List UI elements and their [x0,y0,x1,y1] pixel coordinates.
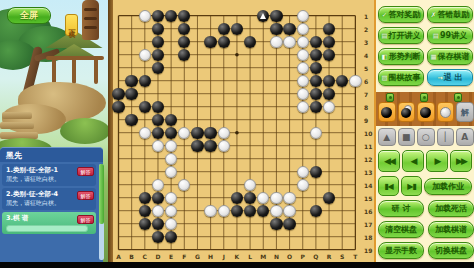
problem-list-item[interactable]: 2.类别-征-全部-4黑先，请征吃白棋。解答 [2,188,96,210]
black-stone-M16[interactable] [257,205,269,217]
row-label-10: 10 [364,129,372,136]
forward-button[interactable]: ▶▶ [450,150,472,172]
stone-tool-row: 解 [378,102,474,122]
row-label-3: 3 [364,38,368,45]
white-stone-P5[interactable] [297,62,309,74]
white-stone-P3[interactable] [297,36,309,48]
button-label: 99讲义 [440,30,467,41]
white-stone-E15[interactable] [165,192,177,204]
place-white-stone-button[interactable] [437,102,455,122]
grass-bush [60,118,110,144]
column-label-H: H [208,253,213,260]
black-stone-G11[interactable] [191,140,203,152]
button-label: 围棋故事 [389,72,421,83]
black-stone-Q7[interactable] [310,88,322,100]
button-book-3[interactable]: ▤99讲义 [427,27,473,44]
white-stone-J16[interactable] [218,205,230,217]
row-label-13: 13 [364,168,372,175]
column-label-L: L [248,253,252,260]
row-label-9: 9 [364,116,368,123]
problem-list-item[interactable]: 3.棋 谱解答 [2,212,96,234]
stone-step [0,122,34,129]
problem-subtitle: 黑先，请征吃白棋。 [6,199,76,207]
black-stone-D4[interactable] [152,49,164,61]
black-stone-L3[interactable] [244,36,256,48]
white-stone-O15[interactable] [283,192,295,204]
markup-tool-row: ▲■○│A [378,128,474,146]
column-label-N: N [274,253,279,260]
white-stone-R8[interactable] [323,101,335,113]
row-label-17: 17 [364,220,372,227]
black-stone-F4[interactable] [178,49,190,61]
black-stone-F3[interactable] [178,36,190,48]
black-stone-R7[interactable] [323,88,335,100]
column-label-F: F [182,253,186,260]
black-stone-Q3[interactable] [310,36,322,48]
column-label-E: E [169,253,173,260]
black-stone-R4[interactable] [323,49,335,61]
book-icon: ▤ [433,32,439,40]
black-stone-D1[interactable] [152,10,164,22]
white-stone-D16[interactable] [152,205,164,217]
last-move-triangle-marker [260,13,266,19]
button-label: 保存棋谱 [438,51,470,62]
problem-panel-header: 黑先 [0,148,103,162]
load-homework-button[interactable]: 加载作业 [424,178,472,195]
white-stone-C1[interactable] [139,10,151,22]
row-label-1: 1 [364,12,368,19]
record-name-field[interactable] [6,225,88,232]
black-stone-R2[interactable] [323,23,335,35]
problem-subtitle: 黑先，请征吃白棋。 [6,175,76,183]
app-window: 下棋 全屏 黑先 1.类别-征-全部-1黑先，请征吃白棋。解答2.类别-征-全部… [0,0,474,268]
black-stone-E1[interactable] [165,10,177,22]
black-stone-Q4[interactable] [310,49,322,61]
white-stone-J10[interactable] [218,127,230,139]
totem-pole [82,0,99,40]
markup-tool-0[interactable]: ▲ [378,128,396,146]
black-stone-Q6[interactable] [310,75,322,87]
button-label: 打开讲义 [389,30,421,41]
black-stone-D18[interactable] [152,231,164,243]
row-label-2: 2 [364,25,368,32]
black-stone-D5[interactable] [152,62,164,74]
solve-button[interactable]: 解答 [77,215,94,224]
problem-title: 1.类别-征-全部-1 [6,166,76,175]
white-stone-E16[interactable] [165,205,177,217]
cliff-rock [2,104,66,134]
black-stone-O17[interactable] [283,218,295,230]
black-stone-B7[interactable] [125,88,137,100]
white-stone-P7[interactable] [297,88,309,100]
column-label-J: J [223,253,225,260]
black-stone-H10[interactable] [204,127,216,139]
white-stone-P13[interactable] [297,166,309,178]
cross-icon: ✗ [431,11,436,19]
white-stone-E12[interactable] [165,153,177,165]
black-stone-D2[interactable] [152,23,164,35]
black-stone-M1[interactable] [257,10,269,22]
row-label-18: 18 [364,233,372,240]
next-move-button[interactable]: ▶ [426,150,448,172]
judge-icon: ◧ [381,53,387,61]
problem-list: 1.类别-征-全部-1黑先，请征吃白棋。解答2.类别-征-全部-4黑先，请征吃白… [2,164,96,260]
black-stone-F1[interactable] [178,10,190,22]
black-stone-R15[interactable] [323,192,335,204]
row-label-19: 19 [364,246,372,253]
black-stone-R3[interactable] [323,36,335,48]
jump-to-start-button[interactable]: ▮◀ [378,176,399,196]
button-check-0[interactable]: ✓答对奖励 [378,6,424,23]
white-stone-F14[interactable] [178,179,190,191]
markup-tool-4[interactable]: A [456,128,474,146]
white-stone-icon [440,107,451,118]
action-row: 清空棋盘加载棋谱 [378,221,474,238]
action-button-0-0[interactable]: 研 讨 [378,200,424,217]
white-stone-N16[interactable] [270,205,282,217]
black-stone-D15[interactable] [152,192,164,204]
white-stone-N15[interactable] [270,192,282,204]
black-stone-A8[interactable] [112,101,124,113]
column-label-D: D [155,253,160,260]
column-label-M: M [260,253,266,260]
black-stone-B9[interactable] [125,114,137,126]
column-label-B: B [129,253,134,260]
black-stone-F2[interactable] [178,23,190,35]
hanging-tag-icon [454,93,462,102]
place-alternate-stones-button[interactable] [398,102,416,122]
column-label-G: G [195,253,200,260]
column-label-R: R [327,253,332,260]
white-stone-E11[interactable] [165,140,177,152]
black-stone-H11[interactable] [204,140,216,152]
column-label-A: A [116,253,121,260]
problem-list-item[interactable]: 1.类别-征-全部-1黑先，请征吃白棋。解答 [2,164,96,186]
white-stone-F10[interactable] [178,127,190,139]
row-label-12: 12 [364,155,372,162]
black-stone-Q5[interactable] [310,62,322,74]
white-stone-E17[interactable] [165,218,177,230]
problem-list-panel: 黑先 1.类别-征-全部-1黑先，请征吃白棋。解答2.类别-征-全部-4黑先，请… [0,147,103,262]
button-label: 答对奖励 [388,9,420,20]
place-black-stone-button[interactable] [378,102,396,122]
exit-icon: → [437,74,442,82]
white-stone-O16[interactable] [283,205,295,217]
column-label-O: O [287,253,292,260]
row-label-14: 14 [364,181,372,188]
row-label-6: 6 [364,77,368,84]
column-label-T: T [353,253,357,260]
row-label-16: 16 [364,207,372,214]
scrollbar-thumb[interactable] [99,164,104,224]
hanging-tag-icon [420,93,428,102]
column-label-S: S [340,253,344,260]
button-label: 退 出 [444,72,463,83]
white-stone-O3[interactable] [283,36,295,48]
white-stone-D14[interactable] [152,179,164,191]
button-book-2[interactable]: ▤打开讲义 [378,27,424,44]
black-stone-icon [381,107,392,118]
problem-title: 2.类别-征-全部-4 [6,190,76,199]
black-stone-J2[interactable] [218,23,230,35]
column-label-P: P [301,253,305,260]
bottom-black-bar [0,262,474,268]
black-stone-B6[interactable] [125,75,137,87]
markup-tool-2[interactable]: ○ [417,128,435,146]
action-button-2-0[interactable]: 显示手数 [378,242,424,259]
action-button-1-1[interactable]: 加载棋谱 [428,221,474,238]
white-stone-P4[interactable] [297,49,309,61]
white-stone-Q10[interactable] [310,127,322,139]
black-stone-D17[interactable] [152,218,164,230]
button-save-5[interactable]: ▦保存棋谱 [427,48,473,65]
fullscreen-button[interactable]: 全屏 [7,7,51,24]
action-row: 研 讨加载死活 [378,200,474,217]
tool-label: 解 [461,107,469,118]
row-label-11: 11 [364,142,372,149]
check-icon: ✓ [382,11,387,19]
black-stone-C6[interactable] [139,75,151,87]
go-board[interactable]: ABCDEFGHJKLMNOPQRST 12345678910111213141… [108,0,374,262]
button-label: 形势判断 [389,51,421,62]
stone-step [2,112,32,119]
hanging-tag-icon [386,93,394,102]
black-stone-E10[interactable] [165,127,177,139]
button-judge-4[interactable]: ◧形势判断 [378,48,424,65]
row-label-4: 4 [364,51,368,58]
white-stone-P14[interactable] [297,179,309,191]
black-stone-Q8[interactable] [310,101,322,113]
white-stone-M15[interactable] [257,192,269,204]
action-button-0-1[interactable]: 加载死活 [428,200,474,217]
rewind-button[interactable]: ◀◀ [378,150,400,172]
white-stone-C10[interactable] [139,127,151,139]
problem-title: 3.棋 谱 [6,214,76,223]
white-stone-P2[interactable] [297,23,309,35]
white-stone-T6[interactable] [349,75,361,87]
black-stone-D3[interactable] [152,36,164,48]
button-label: 答错鼓励 [437,9,469,20]
white-stone-C4[interactable] [139,49,151,61]
black-stone-O2[interactable] [283,23,295,35]
black-stone-S6[interactable] [336,75,348,87]
markup-tool-1[interactable]: ■ [398,128,416,146]
white-stone-P6[interactable] [297,75,309,87]
jump-to-end-button[interactable]: ▶▮ [401,176,422,196]
black-stone-K16[interactable] [231,205,243,217]
button-exit-7[interactable]: →退 出 [427,69,473,86]
problem-list-scrollbar[interactable] [99,164,104,260]
answer-tool-button[interactable]: 解 [456,102,474,122]
control-panel: ✓答对奖励✗答错鼓励▤打开讲义▤99讲义◧形势判断▦保存棋谱▨围棋故事→退 出 … [374,0,474,262]
pavilion-post [94,58,98,84]
black-stone-N1[interactable] [270,10,282,22]
black-stone-D10[interactable] [152,127,164,139]
white-stone-J11[interactable] [218,140,230,152]
black-stone-Q16[interactable] [310,205,322,217]
column-label-Q: Q [313,253,318,260]
row-label-8: 8 [364,103,368,110]
play-go-sign[interactable]: 下棋 [65,14,78,36]
white-stone-L14[interactable] [244,179,256,191]
column-label-C: C [143,253,147,260]
black-stone-N17[interactable] [270,218,282,230]
black-stone-C16[interactable] [139,205,151,217]
black-stone-K2[interactable] [231,23,243,35]
black-stone-D8[interactable] [152,101,164,113]
action-button-2-1[interactable]: 切换棋盘 [428,242,474,259]
white-stone-N3[interactable] [270,36,282,48]
nav-button-row: ◀◀◀▶▶▶ [378,150,474,172]
black-stone-C15[interactable] [139,192,151,204]
column-label-K: K [235,253,240,260]
white-stone-P8[interactable] [297,101,309,113]
book-icon: ▤ [381,32,387,40]
black-stone-R6[interactable] [323,75,335,87]
white-stone-D11[interactable] [152,140,164,152]
black-stone-L16[interactable] [244,205,256,217]
row-label-15: 15 [364,194,372,201]
action-button-1-0[interactable]: 清空棋盘 [378,221,424,238]
black-stone-A7[interactable] [112,88,124,100]
white-stone-H16[interactable] [204,205,216,217]
save-icon: ▦ [430,53,436,61]
markup-tool-3[interactable]: │ [437,128,455,146]
jump-button-row: ▮◀▶▮加载作业 [378,176,474,196]
black-stone-K15[interactable] [231,192,243,204]
black-stone-Q13[interactable] [310,166,322,178]
black-stone-C17[interactable] [139,218,151,230]
black-stone-H3[interactable] [204,36,216,48]
button-cross-1[interactable]: ✗答错鼓励 [427,6,473,23]
prev-move-button[interactable]: ◀ [402,150,424,172]
white-stone-E13[interactable] [165,166,177,178]
black-stone-E18[interactable] [165,231,177,243]
row-label-5: 5 [364,64,368,71]
solve-button[interactable]: 解答 [77,167,94,176]
white-stone-P1[interactable] [297,10,309,22]
row-label-7: 7 [364,90,368,97]
black-stone-N2[interactable] [270,23,282,35]
pavilion-post [72,58,76,84]
black-stone-D9[interactable] [152,114,164,126]
black-stone-C8[interactable] [139,101,151,113]
place-black-stone-2-button[interactable] [417,102,435,122]
pavilion-post [52,58,56,84]
black-stone-J3[interactable] [218,36,230,48]
story-icon: ▨ [381,74,387,82]
black-stone-G10[interactable] [191,127,203,139]
action-row: 显示手数切换棋盘 [378,242,474,259]
solve-button[interactable]: 解答 [77,191,94,200]
stones-layer[interactable] [108,0,374,262]
button-story-6[interactable]: ▨围棋故事 [378,69,424,86]
black-stone-E9[interactable] [165,114,177,126]
black-stone-L15[interactable] [244,192,256,204]
black-stone-icon [401,108,411,118]
black-stone-icon [420,107,431,118]
